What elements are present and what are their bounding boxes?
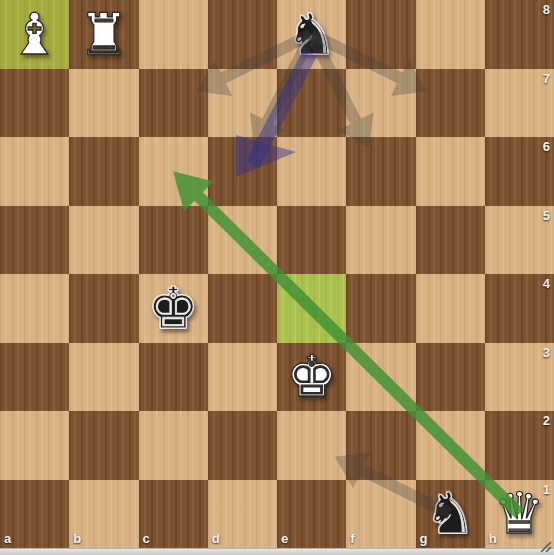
square-g2[interactable]: [416, 411, 485, 480]
square-c5[interactable]: [139, 206, 208, 275]
black-king-c4[interactable]: ♚: [139, 274, 208, 343]
rank-label-2: 2: [543, 413, 550, 428]
rank-label-6: 6: [543, 139, 550, 154]
square-b6[interactable]: [69, 137, 138, 206]
square-d2[interactable]: [208, 411, 277, 480]
rank-label-3: 3: [543, 345, 550, 360]
square-b3[interactable]: [69, 343, 138, 412]
square-g6[interactable]: [416, 137, 485, 206]
square-d8[interactable]: [208, 0, 277, 69]
square-e2[interactable]: [277, 411, 346, 480]
square-d5[interactable]: [208, 206, 277, 275]
square-f4[interactable]: [346, 274, 415, 343]
square-h4[interactable]: 4: [485, 274, 554, 343]
square-f2[interactable]: [346, 411, 415, 480]
square-b2[interactable]: [69, 411, 138, 480]
rank-label-8: 8: [543, 2, 550, 17]
square-f6[interactable]: [346, 137, 415, 206]
file-label-d: d: [212, 531, 220, 546]
square-a6[interactable]: [0, 137, 69, 206]
square-g5[interactable]: [416, 206, 485, 275]
file-label-a: a: [4, 531, 11, 546]
square-c3[interactable]: [139, 343, 208, 412]
square-g4[interactable]: [416, 274, 485, 343]
square-c8[interactable]: [139, 0, 208, 69]
window-bottom-edge: [0, 548, 554, 555]
board-resize-handle[interactable]: [538, 539, 552, 553]
square-b4[interactable]: [69, 274, 138, 343]
square-h3[interactable]: 3: [485, 343, 554, 412]
square-e5[interactable]: [277, 206, 346, 275]
square-h6[interactable]: 6: [485, 137, 554, 206]
square-d6[interactable]: [208, 137, 277, 206]
square-g3[interactable]: [416, 343, 485, 412]
square-b1[interactable]: b: [69, 480, 138, 549]
square-f8[interactable]: [346, 0, 415, 69]
file-label-e: e: [281, 531, 288, 546]
file-label-h: h: [489, 531, 497, 546]
square-a3[interactable]: [0, 343, 69, 412]
square-d1[interactable]: d: [208, 480, 277, 549]
square-g8[interactable]: [416, 0, 485, 69]
white-king-e3[interactable]: ♚: [277, 343, 346, 412]
chess-board: 8765432abcdefgh1♝♜♞♚♚♞♛: [0, 0, 554, 548]
rank-label-5: 5: [543, 208, 550, 223]
square-h7[interactable]: 7: [485, 69, 554, 138]
rank-label-1: 1: [543, 482, 550, 497]
resize-grip-icon: [538, 539, 552, 553]
square-e1[interactable]: e: [277, 480, 346, 549]
square-a4[interactable]: [0, 274, 69, 343]
white-rook-b8[interactable]: ♜: [69, 0, 138, 69]
square-b7[interactable]: [69, 69, 138, 138]
square-f1[interactable]: f: [346, 480, 415, 549]
square-d3[interactable]: [208, 343, 277, 412]
square-a2[interactable]: [0, 411, 69, 480]
square-b5[interactable]: [69, 206, 138, 275]
square-g7[interactable]: [416, 69, 485, 138]
square-f5[interactable]: [346, 206, 415, 275]
square-c6[interactable]: [139, 137, 208, 206]
square-f7[interactable]: [346, 69, 415, 138]
rank-label-4: 4: [543, 276, 550, 291]
rank-label-7: 7: [543, 71, 550, 86]
square-h8[interactable]: 8: [485, 0, 554, 69]
square-a5[interactable]: [0, 206, 69, 275]
file-label-g: g: [420, 531, 428, 546]
square-h5[interactable]: 5: [485, 206, 554, 275]
file-label-f: f: [350, 531, 354, 546]
square-h2[interactable]: 2: [485, 411, 554, 480]
square-e4[interactable]: [277, 274, 346, 343]
chess-board-window: 8765432abcdefgh1♝♜♞♚♚♞♛: [0, 0, 554, 555]
white-bishop-a8[interactable]: ♝: [0, 0, 69, 69]
square-a7[interactable]: [0, 69, 69, 138]
black-knight-e8[interactable]: ♞: [277, 0, 346, 69]
file-label-c: c: [143, 531, 150, 546]
square-c7[interactable]: [139, 69, 208, 138]
square-d7[interactable]: [208, 69, 277, 138]
square-c2[interactable]: [139, 411, 208, 480]
square-a1[interactable]: a: [0, 480, 69, 549]
file-label-b: b: [73, 531, 81, 546]
square-e6[interactable]: [277, 137, 346, 206]
square-c1[interactable]: c: [139, 480, 208, 549]
square-e7[interactable]: [277, 69, 346, 138]
square-d4[interactable]: [208, 274, 277, 343]
square-f3[interactable]: [346, 343, 415, 412]
